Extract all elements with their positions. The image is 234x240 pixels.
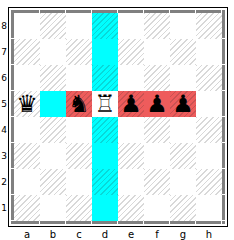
black-queen-icon: ♛ [14,91,40,117]
square-b1[interactable] [40,195,66,221]
square-c5[interactable]: ♞ [66,91,92,117]
square-e6[interactable] [118,65,144,91]
square-c6[interactable] [66,65,92,91]
rank-label-7: 7 [0,39,8,65]
square-f3[interactable] [144,143,170,169]
file-label-c: c [66,229,92,240]
file-label-g: g [170,229,196,240]
square-b4[interactable] [40,117,66,143]
frame-tick-right [222,13,225,221]
chess-diagram: 87654321 ♛♞♖♟♟♟ abcdefgh [0,7,234,240]
board-frame: ♛♞♖♟♟♟ [8,7,228,227]
square-f8[interactable] [144,13,170,39]
square-a8[interactable] [14,13,40,39]
square-a6[interactable] [14,65,40,91]
square-f6[interactable] [144,65,170,91]
white-rook-icon: ♖ [92,91,118,117]
square-c1[interactable] [66,195,92,221]
square-b2[interactable] [40,169,66,195]
rank-label-2: 2 [0,169,8,195]
frame-tick-bottom [14,221,222,224]
file-label-b: b [40,229,66,240]
square-g4[interactable] [170,117,196,143]
square-d6[interactable] [92,65,118,91]
square-g2[interactable] [170,169,196,195]
square-h7[interactable] [196,39,222,65]
square-h4[interactable] [196,117,222,143]
square-e1[interactable] [118,195,144,221]
square-g7[interactable] [170,39,196,65]
square-e7[interactable] [118,39,144,65]
square-e3[interactable] [118,143,144,169]
file-label-e: e [118,229,144,240]
square-b5[interactable] [40,91,66,117]
square-c2[interactable] [66,169,92,195]
square-h5[interactable] [196,91,222,117]
square-f7[interactable] [144,39,170,65]
square-c8[interactable] [66,13,92,39]
square-c7[interactable] [66,39,92,65]
rank-label-3: 3 [0,143,8,169]
square-h3[interactable] [196,143,222,169]
square-h2[interactable] [196,169,222,195]
rank-label-4: 4 [0,117,8,143]
square-e5[interactable]: ♟ [118,91,144,117]
file-label-d: d [92,229,118,240]
board-frame-inner: ♛♞♖♟♟♟ [11,10,225,224]
square-a4[interactable] [14,117,40,143]
square-e8[interactable] [118,13,144,39]
square-f4[interactable] [144,117,170,143]
square-d1[interactable] [92,195,118,221]
square-h1[interactable] [196,195,222,221]
square-g3[interactable] [170,143,196,169]
square-d4[interactable] [92,117,118,143]
black-pawn-icon: ♟ [170,91,196,117]
black-knight-icon: ♞ [66,91,92,117]
rank-label-6: 6 [0,65,8,91]
square-a2[interactable] [14,169,40,195]
square-b8[interactable] [40,13,66,39]
square-f2[interactable] [144,169,170,195]
black-pawn-icon: ♟ [144,91,170,117]
square-a7[interactable] [14,39,40,65]
square-a1[interactable] [14,195,40,221]
file-labels: abcdefgh [8,229,228,240]
file-label-a: a [14,229,40,240]
file-label-f: f [144,229,170,240]
square-f1[interactable] [144,195,170,221]
square-b6[interactable] [40,65,66,91]
square-c4[interactable] [66,117,92,143]
rank-label-1: 1 [0,195,8,221]
square-d5[interactable]: ♖ [92,91,118,117]
square-d2[interactable] [92,169,118,195]
square-a5[interactable]: ♛ [14,91,40,117]
square-d8[interactable] [92,13,118,39]
square-e4[interactable] [118,117,144,143]
square-g1[interactable] [170,195,196,221]
square-g6[interactable] [170,65,196,91]
square-c3[interactable] [66,143,92,169]
square-g8[interactable] [170,13,196,39]
square-b3[interactable] [40,143,66,169]
rank-label-8: 8 [0,13,8,39]
rank-labels: 87654321 [0,7,8,227]
black-pawn-icon: ♟ [118,91,144,117]
square-g5[interactable]: ♟ [170,91,196,117]
square-f5[interactable]: ♟ [144,91,170,117]
square-h6[interactable] [196,65,222,91]
square-a3[interactable] [14,143,40,169]
square-b7[interactable] [40,39,66,65]
square-d7[interactable] [92,39,118,65]
rank-label-5: 5 [0,91,8,117]
file-label-h: h [196,229,222,240]
square-e2[interactable] [118,169,144,195]
square-d3[interactable] [92,143,118,169]
square-h8[interactable] [196,13,222,39]
board-grid: ♛♞♖♟♟♟ [14,13,222,221]
